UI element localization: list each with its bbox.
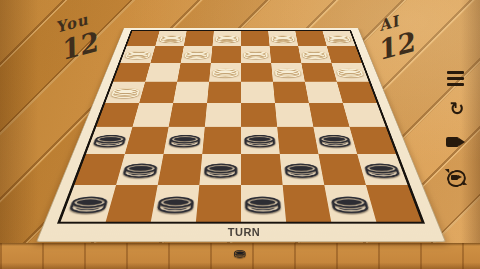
square-r4c3[interactable]	[173, 82, 209, 103]
square-r3c4[interactable]: ⛂	[209, 63, 241, 82]
square-r7c5[interactable]	[241, 154, 283, 185]
black-piece[interactable]: ⛂	[166, 129, 203, 151]
square-r1c8[interactable]: ⛂	[323, 31, 356, 46]
square-r3c5[interactable]	[241, 63, 273, 82]
square-r3c2[interactable]	[145, 63, 180, 82]
square-r7c8[interactable]: ⛂	[357, 154, 407, 185]
white-piece[interactable]: ⛂	[334, 65, 367, 80]
square-r4c6[interactable]	[273, 82, 309, 103]
square-r1c4[interactable]: ⛂	[212, 31, 241, 46]
square-r6c2[interactable]	[125, 127, 169, 154]
square-r3c3[interactable]	[177, 63, 211, 82]
square-r7c6[interactable]: ⛂	[280, 154, 325, 185]
square-r5c8[interactable]	[343, 103, 386, 127]
square-r6c4[interactable]	[202, 127, 241, 154]
white-piece[interactable]: ⛂	[243, 48, 270, 62]
arrowhead	[459, 181, 467, 189]
square-r5c5[interactable]	[241, 103, 277, 127]
square-r5c3[interactable]	[169, 103, 207, 127]
square-r1c6[interactable]: ⛂	[268, 31, 298, 46]
black-piece[interactable]: ⛂	[282, 156, 321, 182]
square-r1c3[interactable]	[184, 31, 214, 46]
square-r8c5[interactable]: ⛂	[241, 185, 286, 222]
white-piece[interactable]: ⛂	[270, 32, 297, 44]
square-r3c8[interactable]: ⛂	[332, 63, 369, 82]
black-piece[interactable]: ⛂	[316, 129, 355, 151]
square-r6c5[interactable]: ⛂	[241, 127, 280, 154]
switch-camera-icon[interactable]	[445, 167, 467, 188]
white-piece[interactable]: ⛂	[300, 48, 329, 62]
square-r8c6[interactable]	[283, 185, 332, 222]
square-r5c4[interactable]	[205, 103, 241, 127]
white-piece[interactable]: ⛂	[157, 32, 185, 44]
square-r6c6[interactable]	[277, 127, 318, 154]
black-piece[interactable]: ⛂	[327, 188, 373, 218]
white-piece[interactable]: ⛂	[123, 48, 154, 62]
square-r4c8[interactable]	[337, 82, 377, 103]
square-r7c4[interactable]: ⛂	[199, 154, 241, 185]
square-r3c6[interactable]: ⛂	[271, 63, 305, 82]
black-piece[interactable]: ⛂	[360, 156, 404, 182]
white-piece[interactable]: ⛂	[108, 83, 143, 100]
square-r2c3[interactable]: ⛂	[181, 46, 213, 63]
square-r5c6[interactable]	[275, 103, 313, 127]
video-camera-icon[interactable]	[446, 135, 466, 149]
square-r2c2[interactable]	[150, 46, 183, 63]
game-screen: You 12 AI 12 ⛂⛂⛂⛂⛂⛂⛂⛂⛂⛂⛂⛂⛂⛂⛂⛂⛂⛂⛂⛂⛂⛂⛂⛂ TU…	[0, 0, 480, 269]
black-piece[interactable]: ⛂	[202, 156, 239, 182]
white-piece[interactable]: ⛂	[211, 65, 239, 80]
square-r2c6[interactable]	[270, 46, 302, 63]
square-r1c5[interactable]	[241, 31, 270, 46]
menu-bar	[447, 77, 464, 80]
black-piece[interactable]: ⛂	[154, 188, 197, 218]
square-r8c8[interactable]	[366, 185, 421, 222]
square-r1c1[interactable]	[127, 31, 160, 46]
square-r4c4[interactable]	[207, 82, 241, 103]
square-r7c2[interactable]: ⛂	[116, 154, 164, 185]
black-piece[interactable]: ⛂	[119, 156, 161, 182]
turn-indicator-black-piece: ⛂	[231, 244, 249, 262]
mini-camera	[451, 175, 458, 180]
restart-icon[interactable]: ↻	[447, 100, 467, 118]
white-piece[interactable]: ⛂	[183, 48, 211, 62]
square-r4c5[interactable]	[241, 82, 275, 103]
square-r2c4[interactable]	[211, 46, 241, 63]
white-piece[interactable]: ⛂	[214, 32, 239, 44]
menu-bar	[447, 71, 464, 74]
turn-label: TURN	[214, 226, 274, 238]
square-r6c3[interactable]: ⛂	[164, 127, 205, 154]
square-r2c8[interactable]	[327, 46, 362, 63]
square-r7c3[interactable]	[158, 154, 203, 185]
square-r8c3[interactable]: ⛂	[151, 185, 200, 222]
board-squares[interactable]: ⛂⛂⛂⛂⛂⛂⛂⛂⛂⛂⛂⛂⛂⛂⛂⛂⛂⛂⛂⛂⛂⛂⛂⛂	[57, 30, 425, 223]
camera-lens	[459, 138, 465, 146]
black-piece[interactable]: ⛂	[243, 188, 283, 218]
square-r8c4[interactable]	[196, 185, 241, 222]
black-piece[interactable]: ⛂	[243, 129, 277, 151]
square-r4c2[interactable]	[139, 82, 177, 103]
black-piece[interactable]: ⛂	[64, 188, 113, 218]
menu-bar	[447, 83, 464, 86]
square-r1c7[interactable]	[295, 31, 326, 46]
square-r2c5[interactable]: ⛂	[241, 46, 271, 63]
black-piece[interactable]: ⛂	[89, 129, 130, 151]
menu-icon[interactable]	[447, 71, 464, 86]
square-r8c2[interactable]	[106, 185, 158, 222]
white-piece[interactable]: ⛂	[273, 65, 303, 80]
square-r1c2[interactable]: ⛂	[155, 31, 186, 46]
white-piece[interactable]: ⛂	[324, 32, 353, 44]
camera-body	[446, 137, 459, 147]
square-r5c2[interactable]	[133, 103, 174, 127]
square-r6c8[interactable]	[349, 127, 395, 154]
